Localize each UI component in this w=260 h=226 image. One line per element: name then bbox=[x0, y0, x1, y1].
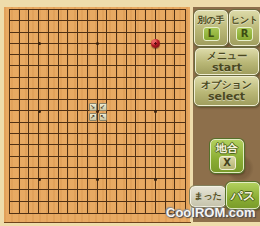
board-cell[interactable] bbox=[10, 202, 20, 213]
board-cell[interactable] bbox=[117, 21, 127, 32]
board-cell[interactable] bbox=[98, 55, 108, 66]
board-cell[interactable] bbox=[29, 190, 39, 201]
board-cell[interactable] bbox=[146, 10, 156, 21]
board-cell[interactable] bbox=[20, 145, 30, 156]
board-cell[interactable] bbox=[98, 145, 108, 156]
board-cell[interactable] bbox=[156, 44, 166, 55]
board-cell[interactable] bbox=[78, 10, 88, 21]
board-cell[interactable] bbox=[29, 145, 39, 156]
board-cell[interactable] bbox=[175, 100, 185, 111]
board-cell[interactable] bbox=[136, 55, 146, 66]
board-cell[interactable] bbox=[136, 202, 146, 213]
board-cell[interactable] bbox=[156, 111, 166, 122]
board-cell[interactable] bbox=[59, 168, 69, 179]
board-cell[interactable] bbox=[39, 168, 49, 179]
board-cell[interactable] bbox=[20, 78, 30, 89]
board-cell[interactable] bbox=[146, 33, 156, 44]
board-cell[interactable] bbox=[10, 157, 20, 168]
board-cell[interactable] bbox=[146, 190, 156, 201]
board-cell[interactable] bbox=[10, 10, 20, 21]
board-cell[interactable] bbox=[88, 111, 98, 122]
board-cell[interactable] bbox=[107, 44, 117, 55]
board-cell[interactable] bbox=[127, 44, 137, 55]
board-cell[interactable] bbox=[156, 100, 166, 111]
board-cell[interactable] bbox=[146, 78, 156, 89]
board-cell[interactable] bbox=[88, 89, 98, 100]
board-cell[interactable] bbox=[78, 21, 88, 32]
board-cell[interactable] bbox=[88, 179, 98, 190]
board-cell[interactable] bbox=[49, 66, 59, 77]
board-cell[interactable] bbox=[98, 157, 108, 168]
board-cell[interactable] bbox=[98, 111, 108, 122]
board-cell[interactable] bbox=[156, 21, 166, 32]
board-cell[interactable] bbox=[127, 168, 137, 179]
board-cell[interactable] bbox=[175, 78, 185, 89]
board-cell[interactable] bbox=[117, 157, 127, 168]
board-cell[interactable] bbox=[29, 123, 39, 134]
board-cell[interactable] bbox=[136, 168, 146, 179]
board-cell[interactable] bbox=[127, 33, 137, 44]
board-cell[interactable] bbox=[68, 179, 78, 190]
board-cell[interactable] bbox=[117, 179, 127, 190]
board-cell[interactable] bbox=[10, 123, 20, 134]
board-cell[interactable] bbox=[78, 78, 88, 89]
board-cell[interactable] bbox=[107, 100, 117, 111]
board-cell[interactable] bbox=[156, 168, 166, 179]
board-cell[interactable] bbox=[88, 168, 98, 179]
board-cell[interactable] bbox=[68, 66, 78, 77]
board-cell[interactable] bbox=[98, 89, 108, 100]
board-cell[interactable] bbox=[107, 55, 117, 66]
board-cell[interactable] bbox=[49, 123, 59, 134]
board-cell[interactable] bbox=[136, 179, 146, 190]
board-cell[interactable] bbox=[136, 33, 146, 44]
board-cell[interactable] bbox=[59, 134, 69, 145]
go-board[interactable]: ↘↙↗↖ bbox=[4, 7, 191, 223]
board-cell[interactable] bbox=[88, 66, 98, 77]
board-cell[interactable] bbox=[68, 55, 78, 66]
board-cell[interactable] bbox=[59, 145, 69, 156]
board-cell[interactable] bbox=[98, 100, 108, 111]
board-cell[interactable] bbox=[78, 123, 88, 134]
board-cell[interactable] bbox=[107, 66, 117, 77]
board-cell[interactable] bbox=[20, 190, 30, 201]
board-cell[interactable] bbox=[175, 55, 185, 66]
board-cell[interactable] bbox=[136, 111, 146, 122]
board-cell[interactable] bbox=[68, 157, 78, 168]
board-cell[interactable] bbox=[175, 10, 185, 21]
board-cell[interactable] bbox=[49, 10, 59, 21]
board-cell[interactable] bbox=[29, 179, 39, 190]
board-cell[interactable] bbox=[49, 134, 59, 145]
board-cell[interactable] bbox=[68, 134, 78, 145]
board-cell[interactable] bbox=[78, 100, 88, 111]
board-cell[interactable] bbox=[10, 66, 20, 77]
board-cell[interactable] bbox=[20, 179, 30, 190]
board-cell[interactable] bbox=[117, 202, 127, 213]
board-cell[interactable] bbox=[68, 168, 78, 179]
board-cell[interactable] bbox=[10, 33, 20, 44]
board-cell[interactable] bbox=[156, 134, 166, 145]
board-cell[interactable] bbox=[117, 10, 127, 21]
board-cell[interactable] bbox=[10, 190, 20, 201]
board-cell[interactable] bbox=[88, 202, 98, 213]
territory-count-button[interactable]: 地合 X bbox=[210, 139, 244, 173]
board-cell[interactable] bbox=[20, 55, 30, 66]
board-cell[interactable] bbox=[98, 179, 108, 190]
board-cell[interactable] bbox=[127, 10, 137, 21]
board-cell[interactable] bbox=[166, 89, 176, 100]
board-cell[interactable] bbox=[146, 134, 156, 145]
board-cell[interactable] bbox=[117, 66, 127, 77]
board-cell[interactable] bbox=[39, 123, 49, 134]
board-cell[interactable] bbox=[175, 123, 185, 134]
board-cell[interactable] bbox=[107, 89, 117, 100]
board-cell[interactable] bbox=[136, 100, 146, 111]
board-cell[interactable] bbox=[78, 44, 88, 55]
board-cell[interactable] bbox=[127, 202, 137, 213]
board-cell[interactable] bbox=[20, 202, 30, 213]
board-cell[interactable] bbox=[29, 33, 39, 44]
board-cell[interactable] bbox=[49, 89, 59, 100]
board-cell[interactable] bbox=[88, 145, 98, 156]
board-cell[interactable] bbox=[29, 78, 39, 89]
board-cell[interactable] bbox=[146, 145, 156, 156]
alt-move-button[interactable]: 別の手 L bbox=[194, 10, 228, 46]
board-cell[interactable] bbox=[78, 179, 88, 190]
board-cell[interactable] bbox=[127, 145, 137, 156]
board-cell[interactable] bbox=[127, 134, 137, 145]
board-cell[interactable] bbox=[117, 100, 127, 111]
board-cell[interactable] bbox=[88, 190, 98, 201]
board-cell[interactable] bbox=[29, 157, 39, 168]
board-cell[interactable] bbox=[78, 202, 88, 213]
board-grid[interactable] bbox=[10, 10, 185, 213]
board-cell[interactable] bbox=[59, 179, 69, 190]
board-cell[interactable] bbox=[39, 44, 49, 55]
board-cell[interactable] bbox=[49, 202, 59, 213]
board-cell[interactable] bbox=[59, 55, 69, 66]
board-cell[interactable] bbox=[127, 66, 137, 77]
board-cell[interactable] bbox=[175, 179, 185, 190]
board-cell[interactable] bbox=[98, 33, 108, 44]
board-cell[interactable] bbox=[78, 89, 88, 100]
board-cell[interactable] bbox=[20, 66, 30, 77]
board-cell[interactable] bbox=[20, 10, 30, 21]
board-cell[interactable] bbox=[166, 33, 176, 44]
board-cell[interactable] bbox=[68, 111, 78, 122]
board-cell[interactable] bbox=[29, 202, 39, 213]
board-cell[interactable] bbox=[10, 168, 20, 179]
board-cell[interactable] bbox=[175, 134, 185, 145]
board-cell[interactable] bbox=[166, 111, 176, 122]
board-cell[interactable] bbox=[88, 100, 98, 111]
board-cell[interactable] bbox=[29, 55, 39, 66]
board-cell[interactable] bbox=[88, 134, 98, 145]
board-cell[interactable] bbox=[127, 100, 137, 111]
board-cell[interactable] bbox=[39, 190, 49, 201]
board-cell[interactable] bbox=[49, 168, 59, 179]
board-cell[interactable] bbox=[117, 78, 127, 89]
board-cell[interactable] bbox=[29, 10, 39, 21]
board-cell[interactable] bbox=[98, 10, 108, 21]
board-cell[interactable] bbox=[136, 89, 146, 100]
board-cell[interactable] bbox=[78, 145, 88, 156]
board-cell[interactable] bbox=[107, 134, 117, 145]
board-cell[interactable] bbox=[175, 157, 185, 168]
board-cell[interactable] bbox=[166, 10, 176, 21]
board-cell[interactable] bbox=[78, 134, 88, 145]
board-cell[interactable] bbox=[68, 100, 78, 111]
board-cell[interactable] bbox=[127, 111, 137, 122]
board-cell[interactable] bbox=[68, 21, 78, 32]
board-cell[interactable] bbox=[49, 33, 59, 44]
board-cell[interactable] bbox=[98, 202, 108, 213]
board-cell[interactable] bbox=[156, 55, 166, 66]
board-cell[interactable] bbox=[68, 145, 78, 156]
board-cell[interactable] bbox=[175, 21, 185, 32]
board-cell[interactable] bbox=[29, 134, 39, 145]
board-cell[interactable] bbox=[78, 157, 88, 168]
board-cell[interactable] bbox=[175, 66, 185, 77]
board-cell[interactable] bbox=[68, 123, 78, 134]
board-cell[interactable] bbox=[49, 44, 59, 55]
board-cell[interactable] bbox=[136, 44, 146, 55]
board-cell[interactable] bbox=[39, 89, 49, 100]
board-cell[interactable] bbox=[146, 89, 156, 100]
board-cell[interactable] bbox=[68, 10, 78, 21]
board-cell[interactable] bbox=[156, 66, 166, 77]
board-cell[interactable] bbox=[156, 33, 166, 44]
board-cell[interactable] bbox=[136, 66, 146, 77]
board-cell[interactable] bbox=[136, 145, 146, 156]
board-cell[interactable] bbox=[88, 123, 98, 134]
board-cell[interactable] bbox=[127, 123, 137, 134]
board-cell[interactable] bbox=[98, 78, 108, 89]
board-cell[interactable] bbox=[20, 134, 30, 145]
board-cell[interactable] bbox=[175, 168, 185, 179]
board-cell[interactable] bbox=[166, 66, 176, 77]
board-cell[interactable] bbox=[49, 21, 59, 32]
board-cell[interactable] bbox=[39, 157, 49, 168]
board-cell[interactable] bbox=[39, 100, 49, 111]
menu-button[interactable]: メニュー start bbox=[195, 48, 259, 75]
hint-button[interactable]: ヒント R bbox=[229, 10, 260, 46]
board-cell[interactable] bbox=[127, 190, 137, 201]
board-cell[interactable] bbox=[156, 190, 166, 201]
board-cell[interactable] bbox=[166, 145, 176, 156]
board-cell[interactable] bbox=[59, 66, 69, 77]
board-cell[interactable] bbox=[68, 78, 78, 89]
board-cell[interactable] bbox=[49, 190, 59, 201]
board-cell[interactable] bbox=[68, 44, 78, 55]
board-cell[interactable] bbox=[136, 157, 146, 168]
board-cell[interactable] bbox=[136, 123, 146, 134]
board-cell[interactable] bbox=[127, 55, 137, 66]
board-cell[interactable] bbox=[10, 179, 20, 190]
board-cell[interactable] bbox=[39, 21, 49, 32]
board-cell[interactable] bbox=[49, 157, 59, 168]
board-cell[interactable] bbox=[59, 123, 69, 134]
board-cell[interactable] bbox=[98, 134, 108, 145]
board-cell[interactable] bbox=[127, 179, 137, 190]
board-cell[interactable] bbox=[156, 157, 166, 168]
board-cell[interactable] bbox=[68, 33, 78, 44]
board-cell[interactable] bbox=[117, 145, 127, 156]
board-cell[interactable] bbox=[156, 89, 166, 100]
board-cell[interactable] bbox=[49, 100, 59, 111]
board-cell[interactable] bbox=[166, 202, 176, 213]
board-cell[interactable] bbox=[136, 78, 146, 89]
board-cell[interactable] bbox=[39, 55, 49, 66]
x-key-icon[interactable]: X bbox=[219, 156, 236, 170]
board-cell[interactable] bbox=[20, 33, 30, 44]
board-cell[interactable] bbox=[78, 168, 88, 179]
board-cell[interactable] bbox=[10, 134, 20, 145]
board-cell[interactable] bbox=[59, 21, 69, 32]
board-cell[interactable] bbox=[175, 190, 185, 201]
board-cell[interactable] bbox=[107, 78, 117, 89]
board-cell[interactable] bbox=[98, 123, 108, 134]
board-cell[interactable] bbox=[98, 190, 108, 201]
board-cell[interactable] bbox=[146, 21, 156, 32]
board-cell[interactable] bbox=[39, 145, 49, 156]
board-cell[interactable] bbox=[98, 44, 108, 55]
board-cell[interactable] bbox=[117, 44, 127, 55]
board-cell[interactable] bbox=[166, 78, 176, 89]
board-cell[interactable] bbox=[166, 134, 176, 145]
board-cell[interactable] bbox=[166, 157, 176, 168]
board-cell[interactable] bbox=[59, 157, 69, 168]
board-cell[interactable] bbox=[29, 21, 39, 32]
board-cell[interactable] bbox=[59, 89, 69, 100]
board-cell[interactable] bbox=[78, 33, 88, 44]
board-cell[interactable] bbox=[156, 145, 166, 156]
board-cell[interactable] bbox=[175, 202, 185, 213]
board-cell[interactable] bbox=[49, 179, 59, 190]
board-cell[interactable] bbox=[39, 10, 49, 21]
board-cell[interactable] bbox=[156, 78, 166, 89]
board-cell[interactable] bbox=[59, 78, 69, 89]
board-cell[interactable] bbox=[98, 66, 108, 77]
board-cell[interactable] bbox=[117, 111, 127, 122]
board-cell[interactable] bbox=[107, 179, 117, 190]
board-cell[interactable] bbox=[166, 100, 176, 111]
board-cell[interactable] bbox=[146, 202, 156, 213]
board-cell[interactable] bbox=[39, 33, 49, 44]
board-cell[interactable] bbox=[146, 44, 156, 55]
pass-button[interactable]: パス bbox=[226, 182, 260, 209]
board-cell[interactable] bbox=[20, 21, 30, 32]
board-cell[interactable] bbox=[98, 21, 108, 32]
board-cell[interactable] bbox=[166, 123, 176, 134]
board-cell[interactable] bbox=[107, 33, 117, 44]
board-cell[interactable] bbox=[146, 66, 156, 77]
board-cell[interactable] bbox=[78, 190, 88, 201]
board-cell[interactable] bbox=[156, 10, 166, 21]
board-cell[interactable] bbox=[78, 66, 88, 77]
board-cell[interactable] bbox=[88, 78, 98, 89]
board-cell[interactable] bbox=[156, 123, 166, 134]
board-cell[interactable] bbox=[59, 100, 69, 111]
board-cell[interactable] bbox=[39, 179, 49, 190]
board-cell[interactable] bbox=[175, 44, 185, 55]
board-cell[interactable] bbox=[107, 190, 117, 201]
board-cell[interactable] bbox=[136, 10, 146, 21]
board-cell[interactable] bbox=[175, 33, 185, 44]
board-cell[interactable] bbox=[88, 10, 98, 21]
board-cell[interactable] bbox=[117, 134, 127, 145]
board-cell[interactable] bbox=[146, 111, 156, 122]
board-cell[interactable] bbox=[166, 55, 176, 66]
board-cell[interactable] bbox=[146, 123, 156, 134]
board-cell[interactable] bbox=[107, 10, 117, 21]
board-cell[interactable] bbox=[59, 111, 69, 122]
board-cell[interactable] bbox=[20, 111, 30, 122]
board-cell[interactable] bbox=[49, 145, 59, 156]
board-cell[interactable] bbox=[175, 89, 185, 100]
board-cell[interactable] bbox=[107, 145, 117, 156]
board-cell[interactable] bbox=[166, 190, 176, 201]
board-cell[interactable] bbox=[59, 44, 69, 55]
board-cell[interactable] bbox=[20, 157, 30, 168]
r-key-icon[interactable]: R bbox=[236, 27, 253, 41]
board-cell[interactable] bbox=[20, 44, 30, 55]
board-cell[interactable] bbox=[68, 202, 78, 213]
board-cell[interactable] bbox=[68, 89, 78, 100]
board-cell[interactable] bbox=[68, 190, 78, 201]
board-cell[interactable] bbox=[49, 111, 59, 122]
board-cell[interactable] bbox=[78, 55, 88, 66]
board-cell[interactable] bbox=[156, 179, 166, 190]
board-cell[interactable] bbox=[117, 89, 127, 100]
board-cell[interactable] bbox=[98, 168, 108, 179]
board-cell[interactable] bbox=[59, 202, 69, 213]
board-cell[interactable] bbox=[29, 44, 39, 55]
board-cell[interactable] bbox=[78, 111, 88, 122]
l-key-icon[interactable]: L bbox=[203, 27, 220, 41]
board-cell[interactable] bbox=[10, 145, 20, 156]
board-cell[interactable] bbox=[10, 100, 20, 111]
board-cell[interactable] bbox=[20, 168, 30, 179]
board-cell[interactable] bbox=[107, 202, 117, 213]
board-cell[interactable] bbox=[59, 33, 69, 44]
board-cell[interactable] bbox=[10, 78, 20, 89]
board-cell[interactable] bbox=[10, 111, 20, 122]
board-cell[interactable] bbox=[107, 123, 117, 134]
board-cell[interactable] bbox=[156, 202, 166, 213]
board-cell[interactable] bbox=[127, 78, 137, 89]
board-cell[interactable] bbox=[136, 134, 146, 145]
board-cell[interactable] bbox=[117, 55, 127, 66]
board-cell[interactable] bbox=[59, 10, 69, 21]
board-cell[interactable] bbox=[127, 89, 137, 100]
board-cell[interactable] bbox=[29, 66, 39, 77]
board-cell[interactable] bbox=[127, 157, 137, 168]
board-cell[interactable] bbox=[59, 190, 69, 201]
board-cell[interactable] bbox=[136, 21, 146, 32]
board-cell[interactable] bbox=[10, 89, 20, 100]
board-cell[interactable] bbox=[49, 78, 59, 89]
board-cell[interactable] bbox=[88, 33, 98, 44]
board-cell[interactable] bbox=[146, 100, 156, 111]
board-cell[interactable] bbox=[146, 179, 156, 190]
board-cell[interactable] bbox=[29, 111, 39, 122]
board-cell[interactable] bbox=[117, 123, 127, 134]
board-cell[interactable] bbox=[29, 168, 39, 179]
board-cell[interactable] bbox=[175, 145, 185, 156]
board-cell[interactable] bbox=[88, 55, 98, 66]
